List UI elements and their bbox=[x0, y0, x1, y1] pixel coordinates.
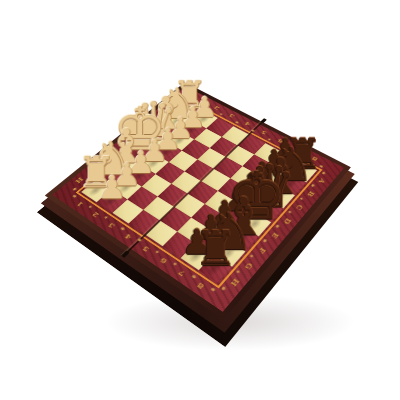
hinge-notch-left bbox=[260, 118, 267, 123]
board-top-face: ♜♞♝♛♚♝♞♜♟♟♟♟♟♟♟♟♟♟♟♟♟♟♟♟♜♞♝♛♚♝♞♜ AA88BB7… bbox=[45, 82, 351, 319]
product-photo-stage: ♜♞♝♛♚♝♞♜♟♟♟♟♟♟♟♟♟♟♟♟♟♟♟♟♜♞♝♛♚♝♞♜ AA88BB7… bbox=[0, 0, 400, 400]
white-pawn[interactable]: ♟ bbox=[98, 172, 127, 202]
square-e4[interactable] bbox=[171, 171, 201, 193]
chess-board: ♜♞♝♛♚♝♞♜♟♟♟♟♟♟♟♟♟♟♟♟♟♟♟♟♜♞♝♛♚♝♞♜ AA88BB7… bbox=[45, 82, 351, 319]
black-rook[interactable]: ♜ bbox=[195, 226, 237, 271]
scene-3d: ♜♞♝♛♚♝♞♜♟♟♟♟♟♟♟♟♟♟♟♟♟♟♟♟♜♞♝♛♚♝♞♜ AA88BB7… bbox=[0, 0, 400, 400]
